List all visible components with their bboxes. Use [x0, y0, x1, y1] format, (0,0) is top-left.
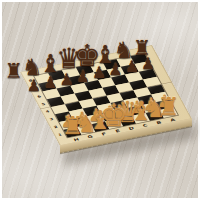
- black-rook[interactable]: ♜: [5, 61, 24, 82]
- black-pawn[interactable]: ♟: [141, 56, 155, 72]
- black-pawn[interactable]: ♟: [108, 63, 122, 79]
- black-pawn[interactable]: ♟: [92, 66, 106, 82]
- black-pawn[interactable]: ♟: [59, 72, 73, 88]
- black-pawn[interactable]: ♟: [27, 78, 41, 94]
- black-pawn[interactable]: ♟: [125, 60, 139, 76]
- product-photo-scene: HGFEDCBA87654321 ♜♞♝♛♚♝♞♜♟♟♟♟♟♟♟♟♟♟♟♟♟♟♟…: [0, 0, 200, 200]
- pieces-layer: ♜♞♝♛♚♝♞♜♟♟♟♟♟♟♟♟♟♟♟♟♟♟♟♟♜♞♝♚♛♝♞♜: [0, 0, 200, 200]
- black-pawn[interactable]: ♟: [76, 69, 90, 85]
- white-rook[interactable]: ♜: [61, 113, 83, 138]
- black-pawn[interactable]: ♟: [43, 75, 57, 91]
